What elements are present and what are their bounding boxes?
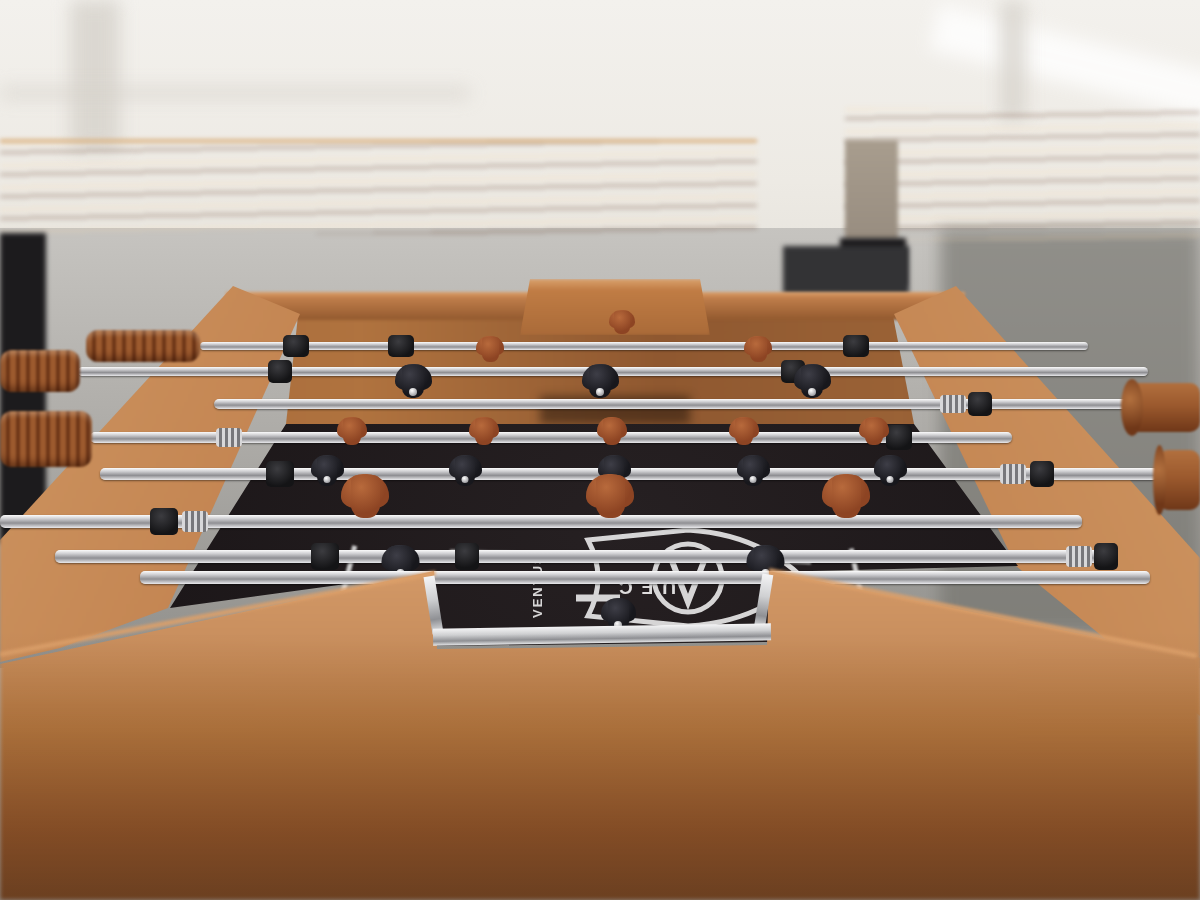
figure-legs bbox=[351, 475, 380, 518]
rod-7-bumper bbox=[455, 543, 479, 570]
rod-7-bumper bbox=[1094, 543, 1118, 570]
rod-5-bumper bbox=[1030, 461, 1054, 487]
figure-legs bbox=[475, 418, 493, 445]
rod-4-spring bbox=[216, 428, 242, 447]
figure-legs bbox=[735, 418, 753, 445]
figure-legs bbox=[603, 418, 621, 445]
rod-8-black-goalie bbox=[140, 571, 1150, 584]
rod-1-handle-left bbox=[86, 330, 200, 362]
rod-7-bumper bbox=[311, 543, 339, 570]
player-figure-black-attack bbox=[393, 367, 433, 441]
figure-legs bbox=[343, 418, 361, 445]
rod-3-bumper bbox=[968, 392, 992, 416]
player-figure-brown-defense bbox=[743, 339, 773, 395]
figure-chest-rivet bbox=[887, 476, 894, 483]
rod-4-handle-left bbox=[0, 411, 92, 467]
figure-chest-rivet bbox=[750, 476, 757, 483]
figure-legs bbox=[482, 337, 499, 362]
rod-1-bumper bbox=[283, 335, 309, 357]
player-figure-brown-defense bbox=[475, 339, 505, 395]
rod-5-spring bbox=[1000, 464, 1026, 484]
figure-legs bbox=[750, 337, 767, 362]
rod-3-handle-right bbox=[1126, 383, 1200, 432]
rod-1-bumper bbox=[388, 335, 414, 357]
handle-flange bbox=[1121, 379, 1143, 436]
rod-5-bumper bbox=[266, 461, 294, 487]
figure-legs bbox=[614, 311, 630, 334]
figure-legs bbox=[865, 418, 883, 445]
rod-1-brown-goalie bbox=[200, 342, 1088, 350]
rod-6-spring bbox=[182, 511, 208, 532]
figure-chest-rivet bbox=[324, 476, 331, 483]
figure-chest-rivet bbox=[808, 388, 816, 396]
figure-chest-rivet bbox=[409, 388, 417, 396]
rod-6-bumper bbox=[150, 508, 178, 535]
rod-3-spring bbox=[940, 395, 966, 413]
rod-2-bumper bbox=[268, 360, 292, 383]
rod-5-handle-right bbox=[1158, 450, 1200, 510]
figure-chest-rivet bbox=[462, 476, 469, 483]
rod-1-bumper bbox=[843, 335, 869, 357]
figure-legs bbox=[596, 475, 625, 518]
player-figure-brown-goalie bbox=[608, 313, 636, 365]
foosball-photo: VENTUS UFC bbox=[0, 0, 1200, 900]
handle-flange bbox=[1153, 445, 1166, 515]
figure-legs bbox=[832, 475, 861, 518]
player-figure-black-attack bbox=[792, 367, 832, 441]
rod-2-handle-left bbox=[0, 350, 80, 392]
rod-7-black-defense bbox=[55, 550, 1108, 563]
figure-chest-rivet bbox=[596, 388, 604, 396]
rod-7-spring bbox=[1066, 546, 1092, 567]
